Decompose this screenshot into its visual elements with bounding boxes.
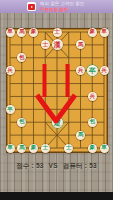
green-chariot-piece[interactable]: 車	[100, 144, 109, 153]
green-elephant-piece[interactable]: 象	[29, 144, 38, 153]
bottom-bar	[0, 192, 113, 200]
ad-banner[interactable]: 해외 걸은 고려인 할인 무료체험 클릭	[0, 0, 113, 13]
player-score-value: 53	[36, 162, 44, 169]
computer-score-value: 53	[89, 162, 97, 169]
ad-text: 해외 걸은 고려인 할인 무료체험 클릭	[40, 1, 84, 12]
play-icon	[27, 2, 36, 11]
green-elephant-piece[interactable]: 象	[88, 144, 97, 153]
green-advisor-piece[interactable]: 士	[64, 144, 73, 153]
app-screen: 해외 걸은 고려인 할인 무료체험 클릭 車馬象士士漢馬象車包兵兵兵兵卒卒包楚包…	[0, 0, 113, 200]
green-cannon-piece[interactable]: 包	[17, 118, 26, 127]
red-elephant-piece[interactable]: 象	[88, 28, 97, 37]
red-advisor-piece[interactable]: 士	[53, 28, 62, 37]
green-pawn-piece[interactable]: 卒	[6, 105, 15, 114]
green-pawn-piece[interactable]: 卒	[87, 65, 98, 76]
red-king-piece[interactable]: 漢	[52, 39, 63, 50]
green-chariot-piece[interactable]: 車	[6, 144, 15, 153]
green-horse-piece[interactable]: 馬	[17, 144, 26, 153]
red-chariot-piece[interactable]: 車	[6, 28, 15, 37]
red-elephant-piece[interactable]: 象	[29, 28, 38, 37]
green-king-piece[interactable]: 楚	[52, 117, 63, 128]
green-cannon-piece[interactable]: 包	[88, 118, 97, 127]
red-pawn-piece[interactable]: 兵	[88, 92, 97, 101]
red-pawn-piece[interactable]: 兵	[100, 66, 109, 75]
status-bar: 점수 : 53VS컴퓨터 : 53	[0, 160, 113, 172]
ad-line1: 해외 걸은 고려인 할인	[40, 1, 84, 7]
computer-score-label: 컴퓨터	[63, 162, 83, 169]
red-chariot-piece[interactable]: 車	[100, 28, 109, 37]
red-horse-piece[interactable]: 馬	[17, 28, 26, 37]
player-score-label: 점수	[16, 162, 29, 169]
versus-label: VS	[49, 162, 58, 169]
janggi-board[interactable]: 車馬象士士漢馬象車包兵兵兵兵卒卒包楚包馬車馬象士士象車	[6, 28, 108, 153]
green-advisor-piece[interactable]: 士	[41, 144, 50, 153]
ad-line2: 무료체험 클릭	[40, 7, 84, 13]
red-pawn-piece[interactable]: 兵	[6, 66, 15, 75]
green-horse-piece[interactable]: 馬	[76, 131, 85, 140]
